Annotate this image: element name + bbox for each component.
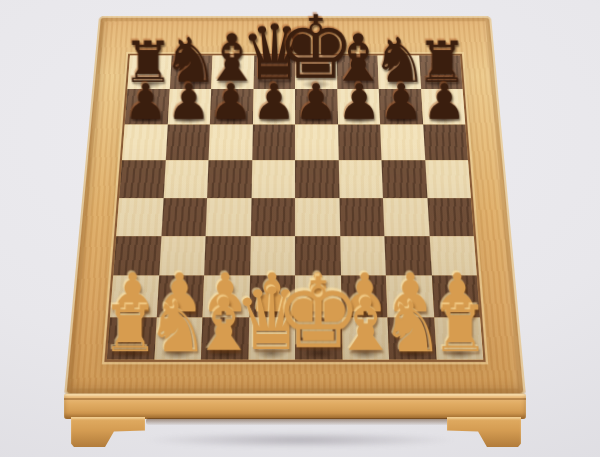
piece-shadow [379, 74, 420, 90]
square-e1[interactable]: ♚ [295, 317, 342, 360]
board-frame: ♜♞♝♛♚♝♞♜♟♟♟♟♟♟♟♟♟♟♟♟♟♟♟♟♜♞♝♛♚♝♞♜ [64, 16, 526, 396]
piece-shadow [342, 298, 387, 317]
piece-shadow [434, 298, 480, 317]
square-a3[interactable] [113, 236, 161, 276]
square-f5[interactable] [338, 160, 383, 197]
square-g6[interactable] [380, 124, 425, 160]
box-molding-line [64, 398, 526, 400]
chess-board: ♜♞♝♛♚♝♞♜♟♟♟♟♟♟♟♟♟♟♟♟♟♟♟♟♜♞♝♛♚♝♞♜ [107, 56, 483, 360]
square-h4[interactable] [427, 198, 474, 236]
piece-shadow [343, 340, 389, 360]
square-a4[interactable] [116, 198, 163, 236]
square-d3[interactable] [250, 236, 295, 276]
piece-shadow [128, 74, 169, 90]
square-e5[interactable] [295, 160, 339, 197]
square-c6[interactable] [208, 124, 252, 160]
square-c3[interactable] [204, 236, 250, 276]
piece-shadow [388, 298, 433, 317]
piece-shadow [253, 108, 294, 124]
square-f4[interactable] [339, 198, 384, 236]
box-front-face [64, 394, 526, 419]
square-h6[interactable] [423, 124, 468, 160]
piece-black-knight: ♞ [162, 29, 218, 91]
square-f3[interactable] [340, 236, 386, 276]
piece-shadow [423, 108, 465, 124]
square-a2[interactable]: ♟ [110, 276, 159, 317]
square-g5[interactable] [382, 160, 427, 197]
photo-stage: ♜♞♝♛♚♝♞♜♟♟♟♟♟♟♟♟♟♟♟♟♟♟♟♟♜♞♝♛♚♝♞♜ [0, 0, 600, 457]
square-f7[interactable]: ♟ [337, 89, 380, 124]
piece-shadow [155, 340, 201, 360]
piece-shadow [249, 340, 294, 360]
piece-shadow [436, 340, 482, 360]
square-c8[interactable]: ♝ [211, 56, 254, 90]
square-e3[interactable] [295, 236, 340, 276]
square-c2[interactable]: ♟ [203, 276, 250, 317]
square-e4[interactable] [295, 198, 340, 236]
ground-shadow [84, 429, 516, 451]
piece-shadow [296, 340, 341, 360]
square-h8[interactable]: ♜ [419, 56, 463, 90]
piece-shadow [203, 298, 248, 317]
piece-black-rook: ♜ [416, 34, 467, 91]
piece-shadow [338, 108, 379, 124]
square-b8[interactable]: ♞ [169, 56, 212, 90]
square-f6[interactable] [338, 124, 382, 160]
square-e6[interactable] [295, 124, 338, 160]
piece-shadow [202, 340, 248, 360]
square-g2[interactable]: ♟ [386, 276, 434, 317]
square-d6[interactable] [252, 124, 295, 160]
piece-black-king: ♚ [277, 4, 355, 91]
piece-shadow [337, 74, 378, 90]
square-a7[interactable]: ♟ [125, 89, 170, 124]
square-g8[interactable]: ♞ [378, 56, 421, 90]
piece-shadow [211, 108, 252, 124]
scene: ♜♞♝♛♚♝♞♜♟♟♟♟♟♟♟♟♟♟♟♟♟♟♟♟♜♞♝♛♚♝♞♜ [99, 16, 491, 381]
square-g1[interactable]: ♞ [387, 317, 436, 360]
square-f2[interactable]: ♟ [340, 276, 387, 317]
square-h1[interactable]: ♜ [434, 317, 483, 360]
piece-shadow [157, 298, 202, 317]
piece-shadow [296, 298, 340, 317]
piece-shadow [126, 108, 168, 124]
square-d2[interactable]: ♟ [249, 276, 295, 317]
square-e2[interactable]: ♟ [295, 276, 341, 317]
piece-black-rook: ♜ [123, 34, 174, 91]
piece-shadow [170, 74, 211, 90]
square-g7[interactable]: ♟ [379, 89, 423, 124]
square-a6[interactable] [122, 124, 167, 160]
piece-shadow [389, 340, 435, 360]
piece-shadow [421, 74, 462, 90]
square-d4[interactable] [250, 198, 295, 236]
square-b6[interactable] [165, 124, 210, 160]
piece-shadow [108, 340, 154, 360]
piece-shadow [111, 298, 157, 317]
square-d5[interactable] [251, 160, 295, 197]
box-underside-shadow [146, 418, 454, 425]
square-b5[interactable] [163, 160, 208, 197]
square-d8[interactable]: ♛ [253, 56, 295, 90]
square-a1[interactable]: ♜ [107, 317, 156, 360]
square-b3[interactable] [159, 236, 206, 276]
square-g4[interactable] [383, 198, 429, 236]
square-d7[interactable]: ♟ [252, 89, 295, 124]
square-e8[interactable]: ♚ [295, 56, 337, 90]
piece-shadow [250, 298, 294, 317]
square-f1[interactable]: ♝ [341, 317, 389, 360]
square-d1[interactable]: ♛ [248, 317, 295, 360]
square-c1[interactable]: ♝ [201, 317, 249, 360]
piece-black-queen: ♛ [240, 15, 309, 92]
piece-shadow [168, 108, 210, 124]
square-c5[interactable] [207, 160, 252, 197]
square-h3[interactable] [429, 236, 477, 276]
square-g3[interactable] [384, 236, 431, 276]
square-e7[interactable]: ♟ [295, 89, 338, 124]
square-b7[interactable]: ♟ [167, 89, 211, 124]
square-h2[interactable]: ♟ [431, 276, 480, 317]
piece-shadow [212, 74, 253, 90]
piece-shadow [296, 74, 336, 90]
square-h5[interactable] [425, 160, 471, 197]
square-h7[interactable]: ♟ [421, 89, 466, 124]
square-c7[interactable]: ♟ [210, 89, 253, 124]
square-b1[interactable]: ♞ [154, 317, 203, 360]
piece-shadow [254, 74, 294, 90]
square-a8[interactable]: ♜ [127, 56, 171, 90]
piece-shadow [296, 108, 337, 124]
square-c4[interactable] [206, 198, 251, 236]
square-f8[interactable]: ♝ [336, 56, 379, 90]
square-b4[interactable] [161, 198, 207, 236]
square-a5[interactable] [119, 160, 165, 197]
piece-shadow [380, 108, 422, 124]
chess-box: ♜♞♝♛♚♝♞♜♟♟♟♟♟♟♟♟♟♟♟♟♟♟♟♟♜♞♝♛♚♝♞♜ [64, 16, 526, 396]
square-b2[interactable]: ♟ [156, 276, 204, 317]
